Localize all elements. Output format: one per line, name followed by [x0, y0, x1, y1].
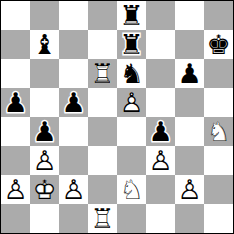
- square-h8[interactable]: [204, 1, 233, 30]
- black-pawn[interactable]: ♟♟: [146, 117, 175, 146]
- square-a2[interactable]: ♟♙: [1, 175, 30, 204]
- square-d8[interactable]: [88, 1, 117, 30]
- square-h3[interactable]: [204, 146, 233, 175]
- square-e5[interactable]: ♟♙: [117, 88, 146, 117]
- square-e6[interactable]: ♞♞: [117, 59, 146, 88]
- square-f8[interactable]: [146, 1, 175, 30]
- square-g6[interactable]: ♟♟: [175, 59, 204, 88]
- black-rook[interactable]: ♜♜: [117, 30, 146, 59]
- white-rook[interactable]: ♜♖: [88, 204, 117, 233]
- white-pawn[interactable]: ♟♙: [117, 88, 146, 117]
- square-g5[interactable]: [175, 88, 204, 117]
- black-pawn[interactable]: ♟♟: [175, 59, 204, 88]
- square-d4[interactable]: [88, 117, 117, 146]
- square-f1[interactable]: [146, 204, 175, 233]
- square-e7[interactable]: ♜♜: [117, 30, 146, 59]
- white-pawn[interactable]: ♟♙: [59, 175, 88, 204]
- square-d3[interactable]: [88, 146, 117, 175]
- black-king[interactable]: ♚♚: [204, 30, 233, 59]
- square-a1[interactable]: [1, 204, 30, 233]
- square-b5[interactable]: [30, 88, 59, 117]
- black-pawn[interactable]: ♟♟: [1, 88, 30, 117]
- square-g3[interactable]: [175, 146, 204, 175]
- square-d1[interactable]: ♜♖: [88, 204, 117, 233]
- square-e1[interactable]: [117, 204, 146, 233]
- square-h7[interactable]: ♚♚: [204, 30, 233, 59]
- square-f2[interactable]: [146, 175, 175, 204]
- white-king[interactable]: ♚♔: [30, 175, 59, 204]
- square-f5[interactable]: [146, 88, 175, 117]
- square-d6[interactable]: ♜♖: [88, 59, 117, 88]
- square-h2[interactable]: [204, 175, 233, 204]
- square-e2[interactable]: ♞♘: [117, 175, 146, 204]
- square-c1[interactable]: [59, 204, 88, 233]
- white-pawn[interactable]: ♟♙: [175, 175, 204, 204]
- square-f3[interactable]: ♟♙: [146, 146, 175, 175]
- square-d2[interactable]: [88, 175, 117, 204]
- white-knight[interactable]: ♞♘: [204, 117, 233, 146]
- square-f6[interactable]: [146, 59, 175, 88]
- square-h1[interactable]: [204, 204, 233, 233]
- square-g4[interactable]: [175, 117, 204, 146]
- square-e3[interactable]: [117, 146, 146, 175]
- square-a8[interactable]: [1, 1, 30, 30]
- white-pawn[interactable]: ♟♙: [1, 175, 30, 204]
- square-g2[interactable]: ♟♙: [175, 175, 204, 204]
- square-b8[interactable]: [30, 1, 59, 30]
- square-b7[interactable]: ♝♝: [30, 30, 59, 59]
- square-a5[interactable]: ♟♟: [1, 88, 30, 117]
- square-c4[interactable]: [59, 117, 88, 146]
- square-a3[interactable]: [1, 146, 30, 175]
- square-c5[interactable]: ♟♟: [59, 88, 88, 117]
- square-a7[interactable]: [1, 30, 30, 59]
- square-c6[interactable]: [59, 59, 88, 88]
- white-pawn[interactable]: ♟♙: [146, 146, 175, 175]
- square-b4[interactable]: ♟♟: [30, 117, 59, 146]
- black-knight[interactable]: ♞♞: [117, 59, 146, 88]
- square-g7[interactable]: [175, 30, 204, 59]
- square-c7[interactable]: [59, 30, 88, 59]
- black-pawn[interactable]: ♟♟: [30, 117, 59, 146]
- square-a6[interactable]: [1, 59, 30, 88]
- square-h4[interactable]: ♞♘: [204, 117, 233, 146]
- white-knight[interactable]: ♞♘: [117, 175, 146, 204]
- square-c3[interactable]: [59, 146, 88, 175]
- square-b1[interactable]: [30, 204, 59, 233]
- square-c2[interactable]: ♟♙: [59, 175, 88, 204]
- black-rook[interactable]: ♜♜: [117, 1, 146, 30]
- white-pawn[interactable]: ♟♙: [30, 146, 59, 175]
- square-g8[interactable]: [175, 1, 204, 30]
- square-f4[interactable]: ♟♟: [146, 117, 175, 146]
- square-e4[interactable]: [117, 117, 146, 146]
- square-g1[interactable]: [175, 204, 204, 233]
- square-b2[interactable]: ♚♔: [30, 175, 59, 204]
- square-d5[interactable]: [88, 88, 117, 117]
- square-f7[interactable]: [146, 30, 175, 59]
- square-d7[interactable]: [88, 30, 117, 59]
- white-rook[interactable]: ♜♖: [88, 59, 117, 88]
- square-h6[interactable]: [204, 59, 233, 88]
- square-e8[interactable]: ♜♜: [117, 1, 146, 30]
- chess-board: ♜♜♝♝♜♜♚♚♜♖♞♞♟♟♟♟♟♟♟♙♟♟♟♟♞♘♟♙♟♙♟♙♚♔♟♙♞♘♟♙…: [0, 0, 234, 234]
- square-b6[interactable]: [30, 59, 59, 88]
- square-h5[interactable]: [204, 88, 233, 117]
- square-b3[interactable]: ♟♙: [30, 146, 59, 175]
- black-pawn[interactable]: ♟♟: [59, 88, 88, 117]
- square-a4[interactable]: [1, 117, 30, 146]
- square-c8[interactable]: [59, 1, 88, 30]
- black-bishop[interactable]: ♝♝: [30, 30, 59, 59]
